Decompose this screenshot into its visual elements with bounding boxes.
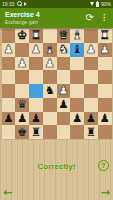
square-h6[interactable] (2, 98, 16, 112)
chess-board: ♚♜♛♝♜♟♟♝♞♝♟♟♟♟♞♟♛♟♟♟♟♟♟♟♚♜♜ (2, 29, 112, 139)
lower-panel: Correctly! ? ← → (0, 139, 113, 200)
next-exercise-button[interactable]: → (101, 187, 110, 198)
square-g7[interactable]: ♟ (15, 112, 29, 126)
black-pawn-icon: ♟ (58, 98, 68, 111)
battery-percent: 90% (101, 0, 111, 8)
white-rook-icon: ♜ (31, 29, 41, 42)
square-d8[interactable] (57, 125, 71, 139)
overflow-menu-button[interactable]: ⋮ (100, 14, 108, 22)
feedback-message: Correctly! (0, 162, 113, 171)
square-b8[interactable]: ♜ (84, 125, 98, 139)
square-h2[interactable]: ♟ (2, 43, 16, 57)
page-title: Exercise 4 (5, 11, 86, 19)
white-rook-icon: ♜ (99, 29, 109, 42)
square-f6[interactable] (29, 98, 43, 112)
square-a7[interactable]: ♟ (98, 112, 112, 126)
square-g3[interactable]: ♟ (15, 57, 29, 71)
help-button[interactable]: ? (98, 160, 109, 171)
white-pawn-icon: ♟ (31, 43, 41, 56)
square-g2[interactable] (15, 43, 29, 57)
square-g6[interactable]: ♛ (15, 98, 29, 112)
square-d3[interactable] (57, 57, 71, 71)
black-rook-icon: ♜ (86, 126, 96, 139)
status-bar: 19:33 90% (0, 0, 113, 8)
square-h8[interactable] (2, 125, 16, 139)
black-king-icon: ♚ (17, 126, 27, 139)
black-bishop-icon: ♝ (72, 43, 82, 56)
square-c1[interactable]: ♝ (70, 29, 84, 43)
black-knight-icon: ♞ (44, 84, 54, 97)
white-pawn-icon: ♟ (86, 43, 96, 56)
square-e4[interactable] (43, 70, 57, 84)
square-g1[interactable]: ♚ (15, 29, 29, 43)
square-g8[interactable]: ♚ (15, 125, 29, 139)
white-queen-icon: ♛ (58, 29, 68, 42)
square-c2[interactable]: ♝ (70, 43, 84, 57)
white-pawn-icon: ♟ (17, 57, 27, 70)
square-e5[interactable]: ♞ (43, 84, 57, 98)
app-bar: Exercise 4 Exchange gain ⟳ ⋮ (0, 8, 113, 28)
square-c8[interactable] (70, 125, 84, 139)
square-f4[interactable] (29, 70, 43, 84)
square-h7[interactable]: ♟ (2, 112, 16, 126)
white-pawn-icon: ♟ (99, 43, 109, 56)
white-pawn-icon: ♟ (58, 84, 68, 97)
square-h3[interactable] (2, 57, 16, 71)
previous-exercise-button[interactable]: ← (3, 187, 12, 198)
search-icon (17, 1, 22, 6)
square-f3[interactable] (29, 57, 43, 71)
white-knight-icon: ♞ (58, 43, 68, 56)
clock: 19:33 (2, 0, 15, 8)
square-b2[interactable]: ♟ (84, 43, 98, 57)
square-b4[interactable] (84, 70, 98, 84)
square-h5[interactable] (2, 84, 16, 98)
white-bishop-icon: ♝ (72, 29, 82, 42)
black-rook-icon: ♜ (31, 126, 41, 139)
square-d1[interactable]: ♛ (57, 29, 71, 43)
square-f8[interactable]: ♜ (29, 125, 43, 139)
square-b5[interactable] (84, 84, 98, 98)
square-a5[interactable] (98, 84, 112, 98)
square-b7[interactable]: ♟ (84, 112, 98, 126)
square-f5[interactable] (29, 84, 43, 98)
square-a2[interactable]: ♟ (98, 43, 112, 57)
battery-icon (96, 2, 99, 7)
black-pawn-icon: ♟ (86, 112, 96, 125)
white-bishop-icon: ♝ (44, 43, 54, 56)
square-c3[interactable] (70, 57, 84, 71)
square-d7[interactable] (57, 112, 71, 126)
black-pawn-icon: ♟ (3, 112, 13, 125)
square-e7[interactable] (43, 112, 57, 126)
square-e6[interactable] (43, 98, 57, 112)
square-e3[interactable]: ♟ (43, 57, 57, 71)
app-screen: 19:33 90% Exercise 4 Exchange gain ⟳ ⋮ ♚… (0, 0, 113, 200)
square-b3[interactable] (84, 57, 98, 71)
black-pawn-icon: ♟ (17, 112, 27, 125)
square-f7[interactable]: ♟ (29, 112, 43, 126)
square-c4[interactable] (70, 70, 84, 84)
square-a6[interactable] (98, 98, 112, 112)
square-b6[interactable] (84, 98, 98, 112)
square-e1[interactable] (43, 29, 57, 43)
black-queen-icon: ♛ (17, 98, 27, 111)
network-icon (90, 2, 94, 6)
chevron-right-icon (24, 2, 27, 6)
square-d6[interactable]: ♟ (57, 98, 71, 112)
square-h1[interactable] (2, 29, 16, 43)
white-pawn-icon: ♟ (44, 57, 54, 70)
page-subtitle: Exchange gain (5, 19, 86, 25)
white-pawn-icon: ♟ (3, 43, 13, 56)
square-e2[interactable]: ♝ (43, 43, 57, 57)
square-a1[interactable]: ♜ (98, 29, 112, 43)
square-a8[interactable] (98, 125, 112, 139)
black-pawn-icon: ♟ (99, 112, 109, 125)
square-h4[interactable] (2, 70, 16, 84)
white-king-icon: ♚ (17, 29, 27, 42)
square-f1[interactable]: ♜ (29, 29, 43, 43)
square-d2[interactable]: ♞ (57, 43, 71, 57)
square-d4[interactable] (57, 70, 71, 84)
square-c6[interactable] (70, 98, 84, 112)
square-c5[interactable] (70, 84, 84, 98)
square-g5[interactable] (15, 84, 29, 98)
black-pawn-icon: ♟ (72, 112, 82, 125)
square-b1[interactable] (84, 29, 98, 43)
square-e8[interactable] (43, 125, 57, 139)
square-c7[interactable]: ♟ (70, 112, 84, 126)
square-g4[interactable] (15, 70, 29, 84)
square-a3[interactable] (98, 57, 112, 71)
refresh-button[interactable]: ⟳ (86, 13, 94, 23)
square-a4[interactable] (98, 70, 112, 84)
square-f2[interactable]: ♟ (29, 43, 43, 57)
black-pawn-icon: ♟ (31, 112, 41, 125)
square-d5[interactable]: ♟ (57, 84, 71, 98)
